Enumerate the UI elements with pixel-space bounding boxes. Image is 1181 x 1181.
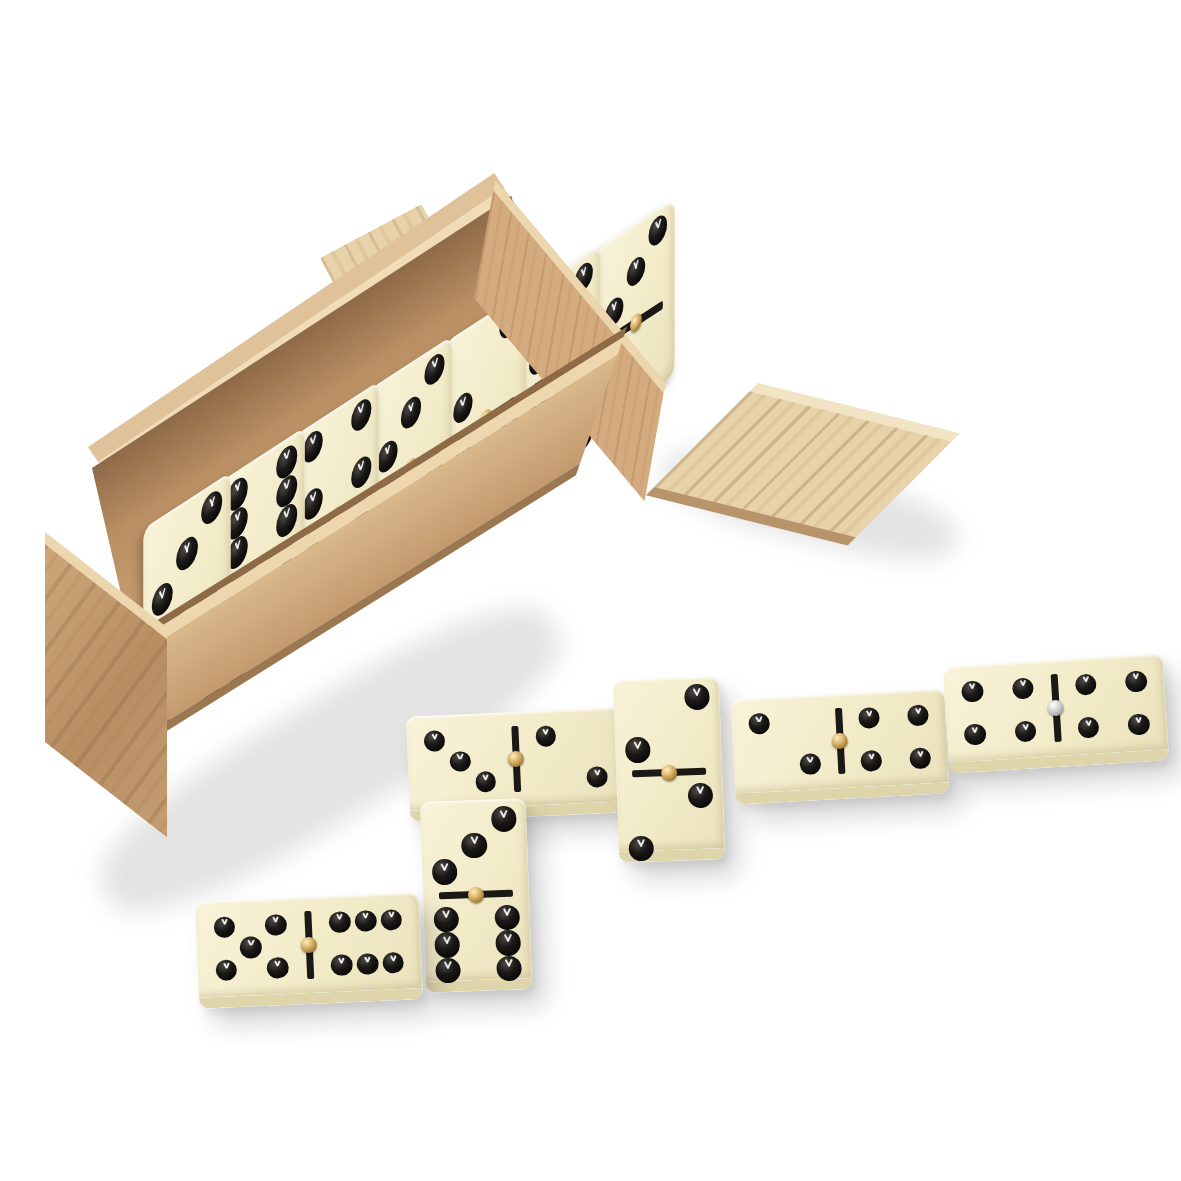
pip-cell: [263, 914, 290, 937]
pip-cell: [1074, 694, 1101, 717]
pip-cell: [422, 730, 448, 752]
played-domino-2-4: [730, 688, 949, 804]
pip-cell: [686, 808, 717, 835]
pip-cell: [881, 705, 907, 728]
pip-cell: [428, 834, 459, 861]
pip-cell: [1075, 716, 1102, 739]
pip-cell: [1098, 671, 1125, 694]
pip-cell: [378, 909, 405, 932]
pip-cell: [213, 959, 240, 982]
pip-cell: [682, 709, 713, 736]
pip: [1075, 673, 1097, 695]
pip-cell: [908, 747, 934, 770]
pip-cell: [352, 910, 379, 933]
pip-cell: [535, 768, 561, 790]
pip: [748, 713, 770, 735]
pip: [861, 750, 883, 772]
pip-cell: [656, 834, 687, 861]
pip-cell: [263, 935, 290, 958]
pip-cell: [447, 750, 473, 772]
pip-cell: [448, 772, 474, 794]
pip-cell: [959, 680, 986, 703]
pip-cell: [681, 684, 712, 711]
pip-cell: [211, 916, 238, 939]
domino-half-a-2: [730, 694, 838, 793]
played-domino-3-6: [420, 798, 533, 993]
domino-half-a-4: [943, 660, 1055, 762]
pip-cell: [446, 729, 472, 751]
domino-half-b-6: [310, 892, 423, 993]
pip-cell: [460, 858, 491, 885]
pip: [265, 914, 288, 937]
pip: [799, 753, 821, 775]
pip-cell: [622, 737, 653, 764]
pip-cell: [429, 859, 460, 886]
pip-cell: [683, 735, 714, 762]
pip-cell: [492, 904, 523, 931]
pip-cell: [747, 734, 773, 757]
pip-cell: [858, 728, 884, 751]
pip-cell: [962, 723, 989, 746]
pip-cell: [859, 749, 885, 772]
pip-cell: [534, 746, 560, 768]
pip-cell: [488, 806, 519, 833]
pip-cell: [686, 833, 717, 860]
pip-cell: [459, 832, 490, 859]
pip-cell: [328, 954, 355, 977]
pip-cell: [489, 831, 520, 858]
pip: [910, 747, 932, 769]
pip-cell: [905, 704, 931, 727]
pip-cell: [433, 957, 464, 984]
pip-cell: [380, 952, 407, 975]
pip: [586, 766, 608, 788]
pip-cell: [796, 731, 822, 754]
pip: [240, 936, 263, 959]
pip: [432, 859, 458, 885]
pip-cell: [856, 707, 882, 730]
pip-cell: [354, 953, 381, 976]
pip: [266, 957, 289, 980]
pip: [434, 932, 460, 958]
pip-cell: [463, 956, 494, 983]
pip-cell: [1011, 698, 1038, 721]
domino-half-b-4: [841, 688, 949, 787]
pip: [356, 953, 379, 976]
pip: [215, 959, 238, 982]
pip: [491, 806, 517, 832]
pip: [964, 723, 986, 745]
pip: [494, 904, 520, 930]
pip: [858, 707, 880, 729]
pip: [461, 833, 487, 859]
pip-cell: [238, 936, 265, 959]
played-domino-5-6: [195, 892, 423, 1009]
domino-half-a-2: [613, 676, 722, 771]
pip-cell: [212, 937, 239, 960]
pip-cell: [431, 906, 462, 933]
pip-cell: [584, 766, 610, 788]
pip-cell: [1099, 693, 1126, 716]
pip-cell: [987, 722, 1014, 745]
pip: [1128, 713, 1150, 735]
pip: [475, 771, 497, 793]
pip-cell: [327, 932, 354, 955]
pip-cell: [621, 712, 652, 739]
pip-cell: [327, 911, 354, 934]
pip: [330, 954, 353, 977]
pip: [961, 680, 983, 702]
pip-cell: [882, 727, 908, 750]
pip: [329, 911, 352, 934]
pip-cell: [427, 808, 458, 835]
pip-cell: [1100, 715, 1127, 738]
pip: [1014, 720, 1036, 742]
pip-cell: [1012, 720, 1039, 743]
pip-cell: [653, 736, 684, 763]
pip: [907, 705, 929, 727]
pip: [213, 916, 236, 939]
pip-cell: [353, 931, 380, 954]
pip-cell: [493, 955, 524, 982]
pip-cell: [652, 710, 683, 737]
domino-half-b-4: [1056, 653, 1168, 755]
pip-cell: [651, 685, 682, 712]
pip-cell: [264, 957, 291, 980]
pip: [382, 952, 405, 975]
pip-cell: [462, 931, 493, 958]
pip-cell: [1073, 673, 1100, 696]
pip-cell: [558, 724, 584, 746]
pip-cell: [883, 748, 909, 771]
pip-cell: [771, 711, 797, 734]
pip-cell: [655, 809, 686, 836]
pip-cell: [432, 932, 463, 959]
pip-cell: [797, 753, 823, 776]
pip-cell: [620, 686, 651, 713]
pip-cell: [654, 783, 685, 810]
pip-cell: [473, 770, 499, 792]
pip: [496, 955, 522, 981]
pip: [495, 930, 521, 956]
pip-cell: [582, 723, 608, 745]
pip-cell: [583, 744, 609, 766]
domino-half-a-3: [420, 798, 529, 893]
pip: [424, 730, 446, 752]
pip: [684, 684, 710, 710]
pip-cell: [772, 733, 798, 756]
pip-cell: [746, 713, 772, 736]
pip: [449, 751, 471, 773]
pip-cell: [624, 784, 655, 811]
pip-cell: [458, 807, 489, 834]
pip-cell: [625, 810, 656, 837]
played-domino-2-2: [613, 676, 725, 863]
domino-half-b-2: [517, 707, 626, 805]
pip: [380, 909, 403, 932]
domino-half-a-5: [195, 897, 308, 998]
pip-cell: [984, 678, 1011, 701]
pip-cell: [961, 701, 988, 724]
pip-cell: [461, 905, 492, 932]
pip-cell: [1124, 691, 1151, 714]
pip-cell: [239, 958, 266, 981]
domino-half-b-6: [423, 897, 532, 992]
product-photo-domino-set: [0, 0, 1181, 1181]
pip-cell: [1010, 677, 1037, 700]
pip: [354, 910, 377, 933]
pip: [687, 782, 713, 808]
pip-cell: [1123, 670, 1150, 693]
pip-cell: [423, 773, 449, 795]
pip: [1125, 670, 1147, 692]
pip-cell: [490, 857, 521, 884]
pip-cell: [379, 930, 406, 953]
pip-cell: [533, 725, 559, 747]
pip-cell: [237, 915, 264, 938]
played-domino-4-4: [943, 653, 1169, 773]
domino-half-a-3: [406, 712, 515, 810]
domino-half-b-2: [616, 775, 725, 870]
pip: [628, 835, 654, 861]
pip-cell: [422, 751, 448, 773]
pip: [1077, 717, 1099, 739]
pip-cell: [986, 700, 1013, 723]
pip-cell: [773, 754, 799, 777]
pip-cell: [795, 710, 821, 733]
pip-cell: [492, 930, 523, 957]
pip-cell: [559, 745, 585, 767]
pip-cell: [472, 749, 498, 771]
pip: [625, 737, 651, 763]
pip-cell: [907, 726, 933, 749]
pip-cell: [685, 782, 716, 809]
pip-cell: [1126, 713, 1153, 736]
pip-cell: [471, 728, 497, 750]
pip: [535, 726, 557, 748]
pip: [1012, 677, 1034, 699]
pip-cell: [748, 755, 774, 778]
pip-cell: [626, 835, 657, 862]
pip-cell: [560, 767, 586, 789]
pip: [433, 906, 459, 932]
pip: [435, 957, 461, 983]
